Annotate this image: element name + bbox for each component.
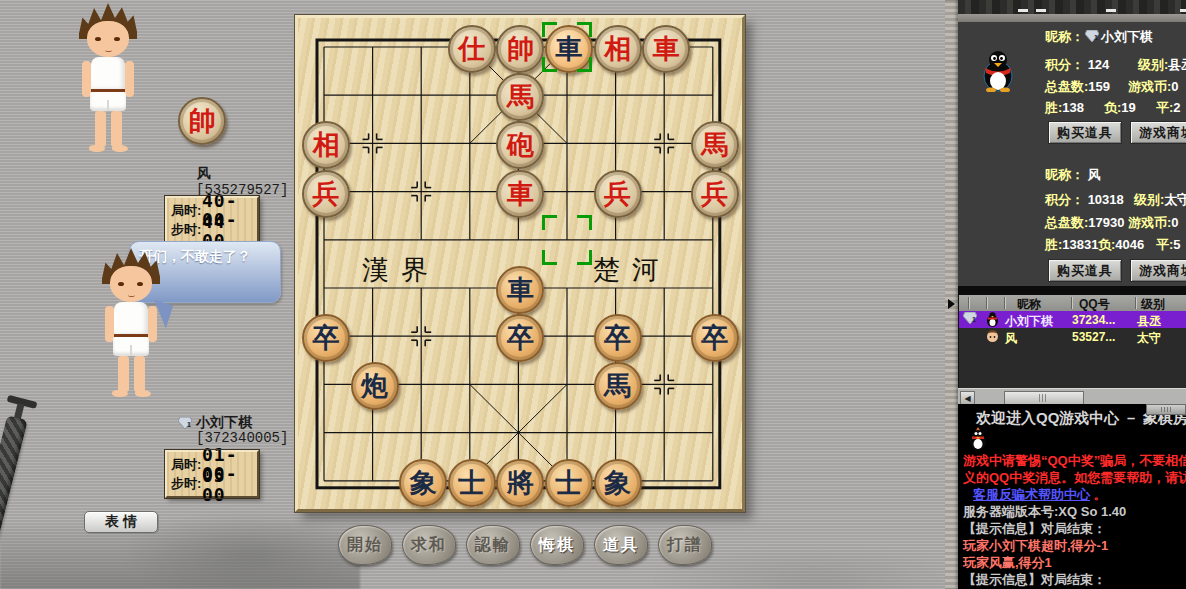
top-menu-bar-edge (958, 14, 1186, 22)
game-time-label: 局时: (171, 202, 202, 220)
wins-value: 138 (1062, 100, 1084, 115)
games-label: 总盘数: (1045, 215, 1088, 230)
roster-row-小刘下棋[interactable]: 1小刘下棋37234...县丞 (959, 311, 1186, 328)
piece-black-車[interactable]: 車 (545, 25, 593, 73)
top-player-clock: 局时: 40-44 步时: 00-00 (165, 196, 259, 244)
action-button-求和: 求和 (402, 525, 456, 565)
coins-value: 0 (1171, 79, 1178, 94)
draws-label: 平: (1156, 100, 1173, 115)
chat-line: 【提示信息】对局结束： (963, 521, 1186, 536)
scroll-left-arrow-icon[interactable]: ◀ (960, 391, 975, 405)
rank-label: 级别: (1138, 57, 1168, 72)
anti-fraud-help-link[interactable]: 客服反骗术帮助中心 (973, 487, 1090, 502)
nick-label: 昵称： (1045, 29, 1084, 44)
chat-line-suffix: 。 (1090, 487, 1107, 502)
game-window: 帥 风 [535279527] 局时: 40-44 步时: 00-00 哥们，不… (0, 0, 1186, 589)
score-label: 积分： (1045, 192, 1084, 207)
roster-hscrollbar[interactable]: ◀ (958, 388, 1186, 405)
piece-black-將[interactable]: 將 (496, 459, 544, 507)
roster-qq: 37234... (1072, 313, 1115, 327)
piece-black-士[interactable]: 士 (545, 459, 593, 507)
bottom-player-clock: 局时: 01-05 步时: 00-00 (165, 450, 259, 498)
action-button-悔棋[interactable]: 悔棋 (530, 525, 584, 565)
piece-black-卒[interactable]: 卒 (594, 314, 642, 362)
move-time-label: 步时: (171, 221, 202, 239)
piece-red-車[interactable]: 車 (642, 25, 690, 73)
ink-art-hill (0, 520, 360, 589)
svg-text:1: 1 (187, 421, 191, 428)
selected-row-arrow-icon (948, 299, 955, 309)
games-value: 159 (1088, 79, 1110, 94)
vip-diamond-icon: 1 (963, 312, 977, 327)
top-menu-bar (958, 0, 1186, 14)
buy-items-button[interactable]: 购买道具 (1048, 259, 1122, 282)
piece-red-馬[interactable]: 馬 (691, 121, 739, 169)
coins-label: 游戏币: (1128, 215, 1171, 230)
piece-black-卒[interactable]: 卒 (691, 314, 739, 362)
room-message-area: 欢迎进入QQ游戏中心 － 象棋房间游戏中请警惕“QQ中奖”骗局，不要相信任义的Q… (958, 404, 1186, 589)
chat-line: 服务器端版本号:XQ So 1.40 (963, 504, 1186, 519)
coins-label: 游戏币: (1128, 79, 1171, 94)
game-mall-button[interactable]: 游戏商城 (1130, 121, 1186, 144)
vip-diamond-icon: 1 (178, 417, 192, 429)
svg-text:1: 1 (972, 316, 976, 323)
nick-value: 小刘下棋 (1101, 29, 1153, 44)
game-time-label: 局时: (171, 456, 202, 474)
score-value: 10318 (1088, 192, 1124, 207)
svg-text:1: 1 (1094, 34, 1098, 41)
piece-red-相[interactable]: 相 (594, 25, 642, 73)
qq-penguin-logo (980, 50, 1016, 92)
losses-value: 19 (1121, 100, 1135, 115)
wins-label: 胜: (1045, 237, 1062, 252)
wins-label: 胜: (1045, 100, 1062, 115)
chat-line: 【提示信息】对局结束： (963, 572, 1186, 587)
section-divider (958, 286, 1186, 295)
piece-red-兵[interactable]: 兵 (594, 170, 642, 218)
piece-red-車[interactable]: 車 (496, 170, 544, 218)
coins-value: 0 (1171, 215, 1178, 230)
nick-value: 风 (1088, 167, 1101, 182)
avatar-bottom-player (78, 248, 184, 400)
river-label-left: 漢界 (362, 252, 440, 288)
losses-value: 4046 (1115, 237, 1144, 252)
river-label-right: 楚河 (593, 252, 671, 288)
roster-rank: 太守 (1137, 330, 1161, 347)
scrollbar-thumb[interactable] (1004, 391, 1084, 405)
top-player-name: 风 (197, 165, 211, 183)
piece-black-士[interactable]: 士 (448, 459, 496, 507)
chat-line: 玩家风赢,得分1 (963, 555, 1186, 570)
draws-value: 5 (1173, 237, 1180, 252)
draws-label: 平: (1156, 237, 1173, 252)
wins-value: 13831 (1062, 237, 1098, 252)
draws-value: 2 (1173, 100, 1180, 115)
action-button-認輸: 認輸 (466, 525, 520, 565)
xiangqi-board[interactable]: 漢界 楚河 仕帥車相車馬相砲馬兵車兵兵車卒卒卒卒炮馬象士將士象 (295, 15, 745, 512)
nick-label: 昵称： (1045, 167, 1084, 182)
chat-line: 义的QQ中奖消息。如您需要帮助，请访问 (963, 470, 1186, 485)
losses-label: 负: (1104, 100, 1121, 115)
chat-line: 客服反骗术帮助中心 。 (963, 487, 1186, 502)
piece-black-卒[interactable]: 卒 (302, 314, 350, 362)
avatar-top-player (55, 3, 161, 155)
action-button-打譜: 打譜 (658, 525, 712, 565)
emote-button[interactable]: 表 情 (84, 511, 158, 533)
rank-value: 县丞 (1168, 57, 1186, 72)
red-side-indicator-piece: 帥 (178, 97, 226, 145)
action-button-開始: 開始 (338, 525, 392, 565)
rank-label: 级别: (1134, 192, 1164, 207)
move-time-label: 步时: (171, 475, 202, 493)
roster-row-风[interactable]: 风53527...太守 (959, 328, 1186, 345)
chat-scrollbar[interactable] (1146, 404, 1186, 415)
chat-line: 玩家小刘下棋超时,得分-1 (963, 538, 1186, 553)
vip-diamond-icon: 1 (1085, 30, 1099, 42)
piece-black-炮[interactable]: 炮 (351, 362, 399, 410)
piece-red-兵[interactable]: 兵 (302, 170, 350, 218)
losses-label: 负: (1098, 237, 1115, 252)
move-time-value: 00-00 (202, 463, 253, 505)
roster-nick: 风 (1005, 330, 1017, 347)
games-value: 17930 (1088, 215, 1124, 230)
chat-penguin-icon (968, 427, 988, 451)
piece-red-兵[interactable]: 兵 (691, 170, 739, 218)
player-roster-table: 昵称 QQ号 级别 1小刘下棋37234...县丞风53527...太守 (958, 295, 1186, 388)
rank-value: 太守 (1164, 192, 1186, 207)
score-value: 124 (1088, 57, 1110, 72)
game-mall-button[interactable]: 游戏商城 (1130, 259, 1186, 282)
roster-header: 昵称 QQ号 级别 (959, 295, 1186, 312)
piece-black-象[interactable]: 象 (399, 459, 447, 507)
piece-black-象[interactable]: 象 (594, 459, 642, 507)
chat-line: 游戏中请警惕“QQ中奖”骗局，不要相信任 (963, 453, 1186, 468)
action-button-bar: 開始求和認輸悔棋道具打譜 (338, 525, 712, 565)
buy-items-button[interactable]: 购买道具 (1048, 121, 1122, 144)
score-label: 积分： (1045, 57, 1084, 72)
face-icon (986, 329, 999, 346)
roster-qq: 53527... (1072, 330, 1115, 344)
panel-frame-strip (945, 0, 958, 589)
piece-red-仕[interactable]: 仕 (448, 25, 496, 73)
games-label: 总盘数: (1045, 79, 1088, 94)
piece-black-馬[interactable]: 馬 (594, 362, 642, 410)
action-button-道具[interactable]: 道具 (594, 525, 648, 565)
